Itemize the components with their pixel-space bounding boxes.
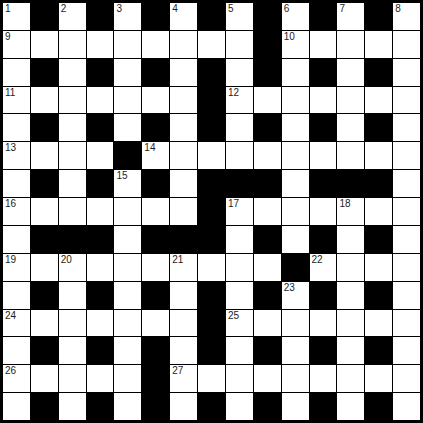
cell-r6c4[interactable]: 15 <box>114 170 141 197</box>
cell-r4c0[interactable] <box>3 114 30 141</box>
clue-number-17: 17 <box>228 198 239 209</box>
cell-r4c6[interactable] <box>170 114 197 141</box>
cell-r12c12[interactable] <box>337 337 364 364</box>
cell-r2c0[interactable] <box>3 59 30 86</box>
cell-r5c11[interactable] <box>310 142 337 169</box>
cell-r1c13[interactable] <box>365 31 392 58</box>
block-cell-r0c7 <box>198 3 225 30</box>
block-cell-r0c11 <box>310 3 337 30</box>
block-cell-r8c2 <box>59 226 86 253</box>
cell-r14c6[interactable] <box>170 393 197 420</box>
block-cell-r8c11 <box>310 226 337 253</box>
block-cell-r6c9 <box>254 170 281 197</box>
cell-r13c14[interactable] <box>393 365 420 392</box>
cell-r3c6[interactable] <box>170 87 197 114</box>
cell-r7c6[interactable] <box>170 198 197 225</box>
block-cell-r14c13 <box>365 393 392 420</box>
clue-number-6: 6 <box>284 3 290 14</box>
cell-r14c14[interactable] <box>393 393 420 420</box>
block-cell-r2c7 <box>198 59 225 86</box>
clue-number-27: 27 <box>172 365 183 376</box>
cell-r13c8[interactable] <box>226 365 253 392</box>
block-cell-r0c5 <box>142 3 169 30</box>
block-cell-r10c1 <box>31 282 58 309</box>
block-cell-r12c9 <box>254 337 281 364</box>
cell-r7c5[interactable] <box>142 198 169 225</box>
cell-r2c14[interactable] <box>393 59 420 86</box>
cell-r13c7[interactable] <box>198 365 225 392</box>
block-cell-r4c13 <box>365 114 392 141</box>
cell-r9c1[interactable] <box>31 254 58 281</box>
cell-r9c12[interactable] <box>337 254 364 281</box>
block-cell-r12c11 <box>310 337 337 364</box>
cell-r1c3[interactable] <box>87 31 114 58</box>
clue-number-1: 1 <box>5 3 11 14</box>
block-cell-r10c11 <box>310 282 337 309</box>
cell-r11c5[interactable] <box>142 310 169 337</box>
cell-r4c4[interactable] <box>114 114 141 141</box>
block-cell-r6c8 <box>226 170 253 197</box>
cell-r4c14[interactable] <box>393 114 420 141</box>
cell-r10c0[interactable] <box>3 282 30 309</box>
cell-r11c3[interactable] <box>87 310 114 337</box>
block-cell-r4c5 <box>142 114 169 141</box>
block-cell-r2c9 <box>254 59 281 86</box>
cell-r13c2[interactable] <box>59 365 86 392</box>
cell-r7c14[interactable] <box>393 198 420 225</box>
cell-r14c8[interactable] <box>226 393 253 420</box>
cell-r14c10[interactable] <box>282 393 309 420</box>
cell-r3c9[interactable] <box>254 87 281 114</box>
cell-r2c12[interactable] <box>337 59 364 86</box>
block-cell-r14c11 <box>310 393 337 420</box>
cell-r3c5[interactable] <box>142 87 169 114</box>
cell-r4c2[interactable] <box>59 114 86 141</box>
cell-r12c4[interactable] <box>114 337 141 364</box>
block-cell-r8c9 <box>254 226 281 253</box>
cell-r9c6[interactable]: 21 <box>170 254 197 281</box>
cell-r6c0[interactable] <box>3 170 30 197</box>
cell-r13c1[interactable] <box>31 365 58 392</box>
block-cell-r12c13 <box>365 337 392 364</box>
cell-r5c1[interactable] <box>31 142 58 169</box>
cell-r12c14[interactable] <box>393 337 420 364</box>
crossword-board: 1234567891011121314151617181920212223242… <box>0 0 423 423</box>
cell-r5c14[interactable] <box>393 142 420 169</box>
block-cell-r14c7 <box>198 393 225 420</box>
cell-r7c12[interactable]: 18 <box>337 198 364 225</box>
cell-r11c10[interactable] <box>282 310 309 337</box>
cell-r1c1[interactable] <box>31 31 58 58</box>
cell-r3c3[interactable] <box>87 87 114 114</box>
cell-r13c0[interactable]: 26 <box>3 365 30 392</box>
cell-r13c12[interactable] <box>337 365 364 392</box>
block-cell-r10c9 <box>254 282 281 309</box>
cell-r10c2[interactable] <box>59 282 86 309</box>
cell-r0c10[interactable]: 6 <box>282 3 309 30</box>
cell-r3c4[interactable] <box>114 87 141 114</box>
clue-number-9: 9 <box>5 31 11 42</box>
block-cell-r8c6 <box>170 226 197 253</box>
cell-r10c12[interactable] <box>337 282 364 309</box>
cell-r14c0[interactable] <box>3 393 30 420</box>
cell-r11c13[interactable] <box>365 310 392 337</box>
cell-r3c8[interactable]: 12 <box>226 87 253 114</box>
cell-r2c8[interactable] <box>226 59 253 86</box>
cell-r5c13[interactable] <box>365 142 392 169</box>
block-cell-r2c3 <box>87 59 114 86</box>
cell-r14c12[interactable] <box>337 393 364 420</box>
cell-r10c14[interactable] <box>393 282 420 309</box>
block-cell-r5c4 <box>114 142 141 169</box>
clue-number-22: 22 <box>312 254 323 265</box>
block-cell-r6c1 <box>31 170 58 197</box>
cell-r0c2[interactable]: 2 <box>59 3 86 30</box>
cell-r10c6[interactable] <box>170 282 197 309</box>
cell-r7c2[interactable] <box>59 198 86 225</box>
block-cell-r12c1 <box>31 337 58 364</box>
cell-r12c2[interactable] <box>59 337 86 364</box>
block-cell-r11c7 <box>198 310 225 337</box>
cell-r8c0[interactable] <box>3 226 30 253</box>
cell-r11c11[interactable] <box>310 310 337 337</box>
cell-r1c14[interactable] <box>393 31 420 58</box>
block-cell-r1c9 <box>254 31 281 58</box>
cell-r5c12[interactable] <box>337 142 364 169</box>
cell-r1c0[interactable]: 9 <box>3 31 30 58</box>
cell-r5c9[interactable] <box>254 142 281 169</box>
cell-r9c11[interactable]: 22 <box>310 254 337 281</box>
block-cell-r10c3 <box>87 282 114 309</box>
cell-r11c12[interactable] <box>337 310 364 337</box>
clue-number-5: 5 <box>228 3 234 14</box>
cell-r14c4[interactable] <box>114 393 141 420</box>
block-cell-r12c5 <box>142 337 169 364</box>
cell-r8c8[interactable] <box>226 226 253 253</box>
cell-r2c10[interactable] <box>282 59 309 86</box>
cell-r1c6[interactable] <box>170 31 197 58</box>
block-cell-r6c7 <box>198 170 225 197</box>
cell-r8c10[interactable] <box>282 226 309 253</box>
block-cell-r14c3 <box>87 393 114 420</box>
block-cell-r10c7 <box>198 282 225 309</box>
cell-r8c4[interactable] <box>114 226 141 253</box>
cell-r13c13[interactable] <box>365 365 392 392</box>
clue-number-21: 21 <box>172 254 183 265</box>
clue-number-13: 13 <box>5 142 16 153</box>
clue-number-16: 16 <box>5 198 16 209</box>
block-cell-r8c13 <box>365 226 392 253</box>
cell-r14c2[interactable] <box>59 393 86 420</box>
block-cell-r0c3 <box>87 3 114 30</box>
block-cell-r13c5 <box>142 365 169 392</box>
clue-number-3: 3 <box>116 3 122 14</box>
clue-number-8: 8 <box>395 3 401 14</box>
block-cell-r0c13 <box>365 3 392 30</box>
cell-r11c4[interactable] <box>114 310 141 337</box>
block-cell-r12c7 <box>198 337 225 364</box>
block-cell-r8c5 <box>142 226 169 253</box>
block-cell-r7c7 <box>198 198 225 225</box>
block-cell-r8c3 <box>87 226 114 253</box>
cell-r6c6[interactable] <box>170 170 197 197</box>
clue-number-23: 23 <box>284 282 295 293</box>
cell-r9c4[interactable] <box>114 254 141 281</box>
cell-r1c8[interactable] <box>226 31 253 58</box>
cell-r0c8[interactable]: 5 <box>226 3 253 30</box>
block-cell-r8c1 <box>31 226 58 253</box>
cell-r7c13[interactable] <box>365 198 392 225</box>
cell-r0c4[interactable]: 3 <box>114 3 141 30</box>
cell-r3c13[interactable] <box>365 87 392 114</box>
block-cell-r8c7 <box>198 226 225 253</box>
block-cell-r4c3 <box>87 114 114 141</box>
cell-r9c9[interactable] <box>254 254 281 281</box>
block-cell-r6c5 <box>142 170 169 197</box>
cell-r11c9[interactable] <box>254 310 281 337</box>
cell-r12c0[interactable] <box>3 337 30 364</box>
clue-number-18: 18 <box>339 198 350 209</box>
block-cell-r0c9 <box>254 3 281 30</box>
cell-r7c0[interactable]: 16 <box>3 198 30 225</box>
cell-r8c12[interactable] <box>337 226 364 253</box>
cell-r13c3[interactable] <box>87 365 114 392</box>
cell-r4c8[interactable] <box>226 114 253 141</box>
cell-r12c10[interactable] <box>282 337 309 364</box>
cell-r2c4[interactable] <box>114 59 141 86</box>
cell-r3c12[interactable] <box>337 87 364 114</box>
cell-r3c11[interactable] <box>310 87 337 114</box>
block-cell-r4c11 <box>310 114 337 141</box>
cell-r11c2[interactable] <box>59 310 86 337</box>
cell-r3c14[interactable] <box>393 87 420 114</box>
clue-number-12: 12 <box>228 87 239 98</box>
cell-r7c9[interactable] <box>254 198 281 225</box>
cell-r5c6[interactable] <box>170 142 197 169</box>
cell-r3c1[interactable] <box>31 87 58 114</box>
block-cell-r4c9 <box>254 114 281 141</box>
cell-r5c5[interactable]: 14 <box>142 142 169 169</box>
clue-number-7: 7 <box>339 3 345 14</box>
block-cell-r0c1 <box>31 3 58 30</box>
cell-r5c2[interactable] <box>59 142 86 169</box>
clue-number-26: 26 <box>5 365 16 376</box>
block-cell-r4c1 <box>31 114 58 141</box>
cell-r5c10[interactable] <box>282 142 309 169</box>
cell-r9c13[interactable] <box>365 254 392 281</box>
cell-r12c8[interactable] <box>226 337 253 364</box>
block-cell-r6c13 <box>365 170 392 197</box>
cell-r9c0[interactable]: 19 <box>3 254 30 281</box>
cell-r11c0[interactable]: 24 <box>3 310 30 337</box>
cell-r7c11[interactable] <box>310 198 337 225</box>
clue-number-24: 24 <box>5 310 16 321</box>
block-cell-r2c13 <box>365 59 392 86</box>
cell-r5c0[interactable]: 13 <box>3 142 30 169</box>
block-cell-r4c7 <box>198 114 225 141</box>
clue-number-11: 11 <box>5 87 15 98</box>
block-cell-r2c5 <box>142 59 169 86</box>
cell-r9c14[interactable] <box>393 254 420 281</box>
cell-r4c12[interactable] <box>337 114 364 141</box>
cell-r5c8[interactable] <box>226 142 253 169</box>
block-cell-r3c7 <box>198 87 225 114</box>
cell-r0c14[interactable]: 8 <box>393 3 420 30</box>
clue-number-20: 20 <box>61 254 72 265</box>
block-cell-r14c9 <box>254 393 281 420</box>
clue-number-2: 2 <box>61 3 67 14</box>
cell-r1c5[interactable] <box>142 31 169 58</box>
cell-r13c9[interactable] <box>254 365 281 392</box>
cell-r1c4[interactable] <box>114 31 141 58</box>
cell-r13c6[interactable]: 27 <box>170 365 197 392</box>
cell-r9c5[interactable] <box>142 254 169 281</box>
block-cell-r14c5 <box>142 393 169 420</box>
cell-r6c10[interactable] <box>282 170 309 197</box>
clue-number-25: 25 <box>228 310 239 321</box>
cell-r2c6[interactable] <box>170 59 197 86</box>
cell-r9c7[interactable] <box>198 254 225 281</box>
cell-r9c2[interactable]: 20 <box>59 254 86 281</box>
cell-r5c3[interactable] <box>87 142 114 169</box>
clue-number-10: 10 <box>284 31 295 42</box>
block-cell-r6c11 <box>310 170 337 197</box>
cell-r8c14[interactable] <box>393 226 420 253</box>
cell-r13c11[interactable] <box>310 365 337 392</box>
block-cell-r6c3 <box>87 170 114 197</box>
cell-r13c10[interactable] <box>282 365 309 392</box>
block-cell-r12c3 <box>87 337 114 364</box>
cell-r9c3[interactable] <box>87 254 114 281</box>
block-cell-r10c13 <box>365 282 392 309</box>
cell-r7c8[interactable]: 17 <box>226 198 253 225</box>
cell-r11c6[interactable] <box>170 310 197 337</box>
cell-r7c10[interactable] <box>282 198 309 225</box>
cell-r0c12[interactable]: 7 <box>337 3 364 30</box>
clue-number-15: 15 <box>116 170 127 181</box>
cell-r0c0[interactable]: 1 <box>3 3 30 30</box>
cell-r12c6[interactable] <box>170 337 197 364</box>
cell-r7c1[interactable] <box>31 198 58 225</box>
cell-r6c2[interactable] <box>59 170 86 197</box>
cell-r2c2[interactable] <box>59 59 86 86</box>
cell-r10c4[interactable] <box>114 282 141 309</box>
clue-number-14: 14 <box>144 142 155 153</box>
cell-r1c12[interactable] <box>337 31 364 58</box>
block-cell-r14c1 <box>31 393 58 420</box>
cell-r1c11[interactable] <box>310 31 337 58</box>
cell-r10c10[interactable]: 23 <box>282 282 309 309</box>
block-cell-r9c10 <box>282 254 309 281</box>
block-cell-r2c11 <box>310 59 337 86</box>
cell-r0c6[interactable]: 4 <box>170 3 197 30</box>
cell-r1c2[interactable] <box>59 31 86 58</box>
clue-number-4: 4 <box>172 3 178 14</box>
cell-r11c1[interactable] <box>31 310 58 337</box>
cell-r1c10[interactable]: 10 <box>282 31 309 58</box>
cell-r7c3[interactable] <box>87 198 114 225</box>
cell-r6c14[interactable] <box>393 170 420 197</box>
cell-r3c0[interactable]: 11 <box>3 87 30 114</box>
cell-r3c10[interactable] <box>282 87 309 114</box>
cell-r1c7[interactable] <box>198 31 225 58</box>
cell-r7c4[interactable] <box>114 198 141 225</box>
block-cell-r2c1 <box>31 59 58 86</box>
cell-r11c14[interactable] <box>393 310 420 337</box>
cell-r5c7[interactable] <box>198 142 225 169</box>
cell-r10c8[interactable] <box>226 282 253 309</box>
clue-number-19: 19 <box>5 254 16 265</box>
cell-r4c10[interactable] <box>282 114 309 141</box>
cell-r13c4[interactable] <box>114 365 141 392</box>
block-cell-r10c5 <box>142 282 169 309</box>
cell-r11c8[interactable]: 25 <box>226 310 253 337</box>
block-cell-r6c12 <box>337 170 364 197</box>
cell-r3c2[interactable] <box>59 87 86 114</box>
cell-r9c8[interactable] <box>226 254 253 281</box>
